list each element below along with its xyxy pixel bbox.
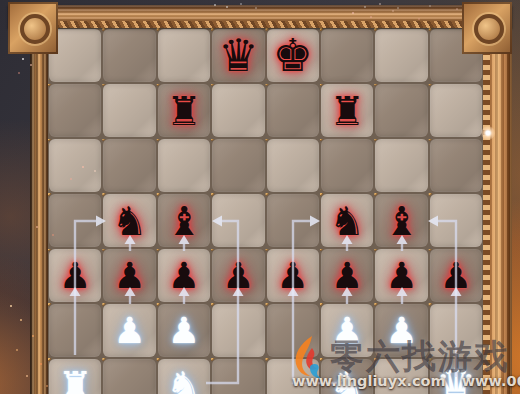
square-b4[interactable]: ♟ xyxy=(102,248,156,303)
square-tile: ♟ xyxy=(103,249,155,302)
square-tile xyxy=(375,29,427,82)
square-tile xyxy=(49,304,101,357)
red-bishop[interactable]: ♝ xyxy=(166,201,202,241)
square-tile xyxy=(103,139,155,192)
square-d6[interactable] xyxy=(211,138,265,193)
red-rook[interactable]: ♜ xyxy=(329,91,365,131)
square-c7[interactable]: ♜ xyxy=(157,83,211,138)
square-a6[interactable] xyxy=(48,138,102,193)
square-tile: ♜ xyxy=(49,359,101,394)
square-a7[interactable] xyxy=(48,83,102,138)
red-pawn[interactable]: ♟ xyxy=(113,258,145,294)
sparkle-dots-left xyxy=(22,58,24,60)
red-rook[interactable]: ♜ xyxy=(166,91,202,131)
square-c4[interactable]: ♟ xyxy=(157,248,211,303)
square-c5[interactable]: ♝ xyxy=(157,193,211,248)
square-d4[interactable]: ♟ xyxy=(211,248,265,303)
chess-board: ♛♚♜♜♞♝♞♝♟♟♟♟♟♟♟♟♟♟♟♟♜♞♞♛ xyxy=(48,28,483,394)
white-pawn[interactable]: ♟ xyxy=(113,313,145,349)
square-a5[interactable] xyxy=(48,193,102,248)
white-pawn[interactable]: ♟ xyxy=(168,313,200,349)
frame-right-dentil xyxy=(483,5,490,394)
game-screenshot: ♛♚♜♜♞♝♞♝♟♟♟♟♟♟♟♟♟♟♟♟♜♞♞♛ 零六找游戏 www.lingl… xyxy=(0,0,520,394)
sparkle-flare xyxy=(481,126,495,140)
square-tile: ♟ xyxy=(103,304,155,357)
square-e2[interactable] xyxy=(266,358,320,394)
square-tile xyxy=(267,194,319,247)
white-knight[interactable]: ♞ xyxy=(166,366,202,394)
square-tile: ♟ xyxy=(212,249,264,302)
red-knight[interactable]: ♞ xyxy=(112,201,148,241)
board-grid: ♛♚♜♜♞♝♞♝♟♟♟♟♟♟♟♟♟♟♟♟♜♞♞♛ xyxy=(48,28,483,394)
square-tile: ♟ xyxy=(321,304,373,357)
square-f2[interactable]: ♞ xyxy=(320,358,374,394)
square-tile xyxy=(430,84,482,137)
square-tile xyxy=(375,139,427,192)
square-g3[interactable]: ♟ xyxy=(374,303,428,358)
square-tile xyxy=(49,29,101,82)
square-g6[interactable] xyxy=(374,138,428,193)
square-tile xyxy=(212,194,264,247)
square-a2[interactable]: ♜ xyxy=(48,358,102,394)
red-queen[interactable]: ♛ xyxy=(218,33,258,78)
square-g5[interactable]: ♝ xyxy=(374,193,428,248)
square-tile xyxy=(212,304,264,357)
red-pawn[interactable]: ♟ xyxy=(222,258,254,294)
square-tile: ♟ xyxy=(158,304,210,357)
square-d7[interactable] xyxy=(211,83,265,138)
square-e5[interactable] xyxy=(266,193,320,248)
red-pawn[interactable]: ♟ xyxy=(440,258,472,294)
white-pawn[interactable]: ♟ xyxy=(385,313,417,349)
sparkle-dots-bottom-left xyxy=(10,305,12,307)
square-a3[interactable] xyxy=(48,303,102,358)
square-tile xyxy=(267,304,319,357)
square-e8[interactable]: ♚ xyxy=(266,28,320,83)
square-h8[interactable] xyxy=(429,28,483,83)
red-pawn[interactable]: ♟ xyxy=(59,258,91,294)
square-tile: ♞ xyxy=(321,194,373,247)
square-e7[interactable] xyxy=(266,83,320,138)
square-tile xyxy=(267,359,319,394)
square-g8[interactable] xyxy=(374,28,428,83)
square-e3[interactable] xyxy=(266,303,320,358)
square-a4[interactable]: ♟ xyxy=(48,248,102,303)
square-tile xyxy=(321,139,373,192)
red-knight[interactable]: ♞ xyxy=(329,201,365,241)
square-f4[interactable]: ♟ xyxy=(320,248,374,303)
square-tile xyxy=(49,84,101,137)
square-h3[interactable] xyxy=(429,303,483,358)
square-e4[interactable]: ♟ xyxy=(266,248,320,303)
square-h2[interactable]: ♛ xyxy=(429,358,483,394)
red-bishop[interactable]: ♝ xyxy=(384,201,420,241)
square-tile: ♜ xyxy=(158,84,210,137)
sparkle-dots-top xyxy=(214,4,216,6)
square-tile xyxy=(430,29,482,82)
square-f7[interactable]: ♜ xyxy=(320,83,374,138)
square-f5[interactable]: ♞ xyxy=(320,193,374,248)
square-tile xyxy=(430,139,482,192)
square-f8[interactable] xyxy=(320,28,374,83)
square-h5[interactable] xyxy=(429,193,483,248)
square-tile xyxy=(430,304,482,357)
square-tile xyxy=(103,359,155,394)
red-pawn[interactable]: ♟ xyxy=(168,258,200,294)
square-tile xyxy=(321,29,373,82)
square-tile: ♟ xyxy=(430,249,482,302)
square-d2[interactable] xyxy=(211,358,265,394)
square-tile xyxy=(158,139,210,192)
red-pawn[interactable]: ♟ xyxy=(277,258,309,294)
white-pawn[interactable]: ♟ xyxy=(331,313,363,349)
volute-ornament xyxy=(20,14,50,44)
square-tile xyxy=(430,194,482,247)
square-h7[interactable] xyxy=(429,83,483,138)
square-d5[interactable] xyxy=(211,193,265,248)
square-c2[interactable]: ♞ xyxy=(157,358,211,394)
square-tile: ♟ xyxy=(49,249,101,302)
square-b2[interactable] xyxy=(102,358,156,394)
square-b6[interactable] xyxy=(102,138,156,193)
square-tile: ♛ xyxy=(430,359,482,394)
square-e6[interactable] xyxy=(266,138,320,193)
square-tile: ♛ xyxy=(212,29,264,82)
square-b8[interactable] xyxy=(102,28,156,83)
square-f6[interactable] xyxy=(320,138,374,193)
white-rook[interactable]: ♜ xyxy=(57,366,93,394)
square-tile: ♚ xyxy=(267,29,319,82)
square-tile xyxy=(212,359,264,394)
square-h4[interactable]: ♟ xyxy=(429,248,483,303)
square-tile: ♞ xyxy=(321,359,373,394)
square-tile xyxy=(49,194,101,247)
square-b7[interactable] xyxy=(102,83,156,138)
sparkle-dots-frame xyxy=(352,12,354,14)
square-c6[interactable] xyxy=(157,138,211,193)
square-h6[interactable] xyxy=(429,138,483,193)
square-b3[interactable]: ♟ xyxy=(102,303,156,358)
square-tile xyxy=(49,139,101,192)
square-tile: ♜ xyxy=(321,84,373,137)
square-f3[interactable]: ♟ xyxy=(320,303,374,358)
frame-top-carving xyxy=(8,21,512,28)
square-tile: ♟ xyxy=(267,249,319,302)
frame-right xyxy=(483,5,512,394)
square-g7[interactable] xyxy=(374,83,428,138)
square-tile xyxy=(267,139,319,192)
square-g4[interactable]: ♟ xyxy=(374,248,428,303)
square-tile: ♟ xyxy=(158,249,210,302)
square-a8[interactable] xyxy=(48,28,102,83)
square-tile: ♟ xyxy=(375,304,427,357)
square-tile xyxy=(267,84,319,137)
square-tile xyxy=(103,84,155,137)
white-knight[interactable]: ♞ xyxy=(329,366,365,394)
red-king[interactable]: ♚ xyxy=(273,33,313,78)
white-queen[interactable]: ♛ xyxy=(436,363,476,394)
square-tile: ♞ xyxy=(103,194,155,247)
square-tile: ♟ xyxy=(321,249,373,302)
square-c3[interactable]: ♟ xyxy=(157,303,211,358)
square-tile xyxy=(375,84,427,137)
square-tile xyxy=(375,359,427,394)
square-tile xyxy=(103,29,155,82)
square-tile: ♞ xyxy=(158,359,210,394)
square-tile xyxy=(212,139,264,192)
square-d8[interactable]: ♛ xyxy=(211,28,265,83)
square-b5[interactable]: ♞ xyxy=(102,193,156,248)
red-pawn[interactable]: ♟ xyxy=(385,258,417,294)
frame-top xyxy=(8,5,512,28)
square-tile: ♝ xyxy=(375,194,427,247)
square-tile: ♟ xyxy=(375,249,427,302)
square-tile xyxy=(212,84,264,137)
red-pawn[interactable]: ♟ xyxy=(331,258,363,294)
square-g2[interactable] xyxy=(374,358,428,394)
square-d3[interactable] xyxy=(211,303,265,358)
square-c8[interactable] xyxy=(157,28,211,83)
square-tile: ♝ xyxy=(158,194,210,247)
frame-left xyxy=(30,5,48,394)
square-tile xyxy=(158,29,210,82)
